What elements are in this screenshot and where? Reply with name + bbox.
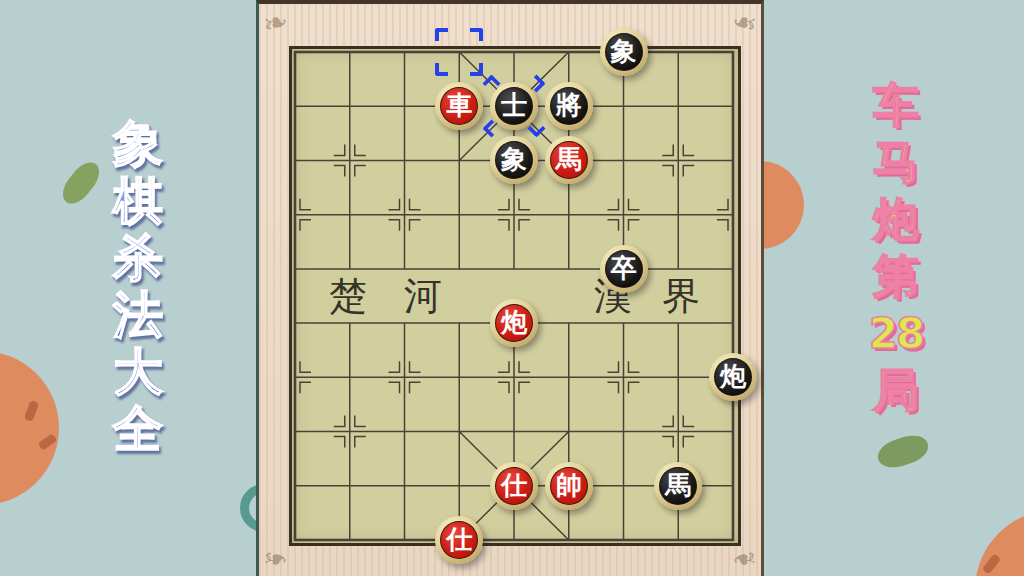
- river-label: 河: [404, 271, 442, 322]
- piece-face: 仕: [495, 467, 533, 505]
- piece-black-elephant[interactable]: 象: [600, 28, 648, 76]
- leaf-decoration: [57, 157, 105, 210]
- corner-ornament-icon: ❧: [728, 541, 760, 576]
- piece-face: 車: [440, 87, 478, 125]
- piece-face: 士: [495, 87, 533, 125]
- piece-black-general[interactable]: 將: [545, 82, 593, 130]
- piece-face: 象: [605, 33, 643, 71]
- piece-face: 卒: [605, 250, 643, 288]
- piece-black-cannon[interactable]: 炮: [709, 353, 757, 401]
- title-character: 28: [869, 305, 923, 362]
- title-character: 法: [113, 287, 163, 344]
- title-character: 杀: [113, 230, 163, 287]
- piece-black-advisor[interactable]: 士: [490, 82, 538, 130]
- title-character: 炮: [873, 191, 919, 248]
- fruit-dash: [24, 400, 39, 422]
- leaf-decoration: [874, 431, 932, 473]
- piece-red-advisor[interactable]: 仕: [490, 462, 538, 510]
- fruit-dash: [38, 433, 58, 451]
- piece-red-advisor[interactable]: 仕: [435, 516, 483, 564]
- title-character: 车: [873, 77, 919, 134]
- piece-black-soldier[interactable]: 卒: [600, 245, 648, 293]
- river-label: 楚: [329, 271, 367, 322]
- episode-title-vertical: 车马炮第28局: [863, 77, 929, 419]
- title-character: 第: [873, 248, 919, 305]
- piece-red-horse[interactable]: 馬: [545, 136, 593, 184]
- title-character: 全: [113, 401, 163, 458]
- corner-ornament-icon: ❧: [728, 5, 760, 40]
- piece-face: 帥: [550, 467, 588, 505]
- title-character: 象: [113, 116, 163, 173]
- orange-fruit-decoration: [0, 351, 59, 505]
- piece-red-general[interactable]: 帥: [545, 462, 593, 510]
- board-frame: ❧ ❧ ❧ ❧ 楚 河 漢 界 象車士將象馬卒炮炮仕帥馬仕: [256, 0, 764, 576]
- piece-face: 馬: [659, 467, 697, 505]
- piece-face: 炮: [714, 358, 752, 396]
- piece-face: 象: [495, 141, 533, 179]
- piece-face: 仕: [440, 521, 478, 559]
- fruit-dash: [982, 553, 1001, 574]
- corner-ornament-icon: ❧: [260, 5, 292, 40]
- screen: 象棋杀法大全 车马炮第28局 ❧ ❧ ❧ ❧ 楚 河 漢 界 象車士將象馬卒炮炮…: [0, 0, 1024, 576]
- piece-red-cannon[interactable]: 炮: [490, 299, 538, 347]
- xiangqi-board[interactable]: 楚 河 漢 界 象車士將象馬卒炮炮仕帥馬仕: [289, 46, 741, 546]
- piece-face: 炮: [495, 304, 533, 342]
- river-label: 界: [662, 271, 700, 322]
- title-character: 棋: [113, 173, 163, 230]
- title-character: 马: [873, 134, 919, 191]
- title-character: 局: [873, 362, 919, 419]
- series-title-vertical: 象棋杀法大全: [100, 116, 176, 458]
- piece-face: 馬: [550, 141, 588, 179]
- orange-fruit-decoration: [975, 510, 1024, 576]
- piece-black-horse[interactable]: 馬: [654, 462, 702, 510]
- title-character: 大: [113, 344, 163, 401]
- corner-ornament-icon: ❧: [260, 541, 292, 576]
- piece-face: 將: [550, 87, 588, 125]
